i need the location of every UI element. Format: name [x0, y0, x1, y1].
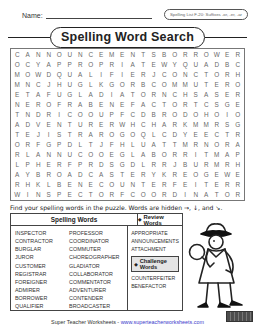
grid-cell: I — [44, 129, 55, 139]
grid-cell: P — [54, 189, 65, 199]
grid-cell: Y — [170, 60, 181, 70]
grid-cell: H — [54, 80, 65, 90]
grid-cell: R — [23, 139, 34, 149]
grid-cell: F — [117, 110, 128, 120]
grid-cell: T — [201, 70, 212, 80]
grid-cell: B — [222, 60, 233, 70]
footer-url-link[interactable]: www.superteacherworksheets.com — [121, 319, 204, 325]
grid-cell: G — [75, 80, 86, 90]
grid-cell: N — [128, 50, 139, 60]
word-item: ANNOUNCEMENTS — [131, 237, 179, 245]
word-item: BURGLAR — [15, 245, 69, 253]
grid-cell: D — [44, 70, 55, 80]
grid-cell: O — [138, 189, 149, 199]
grid-cell: P — [54, 60, 65, 70]
grid-cell: Y — [23, 169, 34, 179]
grid-cell: A — [201, 60, 212, 70]
grid-cell: R — [149, 90, 160, 100]
grid-cell: D — [23, 120, 34, 130]
grid-cell: D — [65, 139, 76, 149]
grid-cell: H — [201, 110, 212, 120]
grid-cell: C — [33, 80, 44, 90]
grid-cell: T — [65, 120, 76, 130]
grid-cell: O — [86, 149, 97, 159]
grid-cell: A — [201, 189, 212, 199]
grid-cell: I — [222, 110, 233, 120]
grid-cell: O — [12, 60, 23, 70]
grid-cell: R — [222, 159, 233, 169]
grid-cell: N — [33, 50, 44, 60]
grid-cell: R — [138, 169, 149, 179]
grid-cell: H — [128, 120, 139, 130]
grid-cell: J — [149, 70, 160, 80]
grid-cell: C — [12, 50, 23, 60]
grid-cell: E — [222, 90, 233, 100]
grid-cell: R — [191, 50, 202, 60]
grid-cell: T — [201, 80, 212, 90]
grid-cell: D — [138, 110, 149, 120]
grid-cell: T — [117, 169, 128, 179]
review-list: APPROPRIATEANNOUNCEMENTSATTACHMENT — [131, 229, 179, 253]
grid-cell: A — [33, 90, 44, 100]
title-banner: Spelling Word Search — [8, 27, 247, 48]
grid-cell: N — [107, 100, 118, 110]
grid-cell: A — [96, 169, 107, 179]
grid-cell: W — [12, 189, 23, 199]
grid-cell: R — [180, 149, 191, 159]
grid-cell: U — [65, 50, 76, 60]
grid-cell: E — [180, 179, 191, 189]
grid-cell: P — [96, 60, 107, 70]
spelling-list-badge: Spelling List F-20: Suffixes -or, -er, -… — [164, 9, 248, 20]
grid-cell: C — [170, 90, 181, 100]
grid-cell: I — [191, 149, 202, 159]
grid-cell: M — [12, 70, 23, 80]
grid-cell: N — [75, 50, 86, 60]
grid-cell: A — [75, 100, 86, 110]
grid-cell: C — [149, 100, 160, 110]
grid-cell: O — [170, 100, 181, 110]
word-item: COLLABORATOR — [69, 270, 123, 278]
grid-cell: M — [191, 120, 202, 130]
grid-cell: S — [107, 169, 118, 179]
grid-cell: T — [128, 90, 139, 100]
word-item: JUROR — [15, 253, 69, 261]
grid-cell: N — [12, 100, 23, 110]
word-item: CONTRACTOR — [15, 237, 69, 245]
grid-cell: O — [159, 80, 170, 90]
grid-cell: O — [201, 50, 212, 60]
grid-cell: R — [54, 159, 65, 169]
grid-cell: C — [86, 169, 97, 179]
page-title: Spelling Word Search — [50, 27, 205, 48]
grid-cell: H — [233, 159, 244, 169]
grid-cell: E — [96, 120, 107, 130]
grid-cell: M — [12, 80, 23, 90]
grid-cell: N — [191, 189, 202, 199]
grid-cell: A — [86, 90, 97, 100]
grid-cell: M — [212, 159, 223, 169]
grid-cell: R — [222, 179, 233, 189]
grid-cell: C — [75, 149, 86, 159]
grid-cell: E — [233, 169, 244, 179]
grid-cell: R — [159, 179, 170, 189]
grid-cell: R — [138, 70, 149, 80]
worksheet-page: Name: Spelling List F-20: Suffixes -or, … — [0, 0, 255, 330]
grid-cell: O — [212, 70, 223, 80]
grid-cell: O — [117, 80, 128, 90]
grid-cell: L — [12, 159, 23, 169]
grid-cell: E — [96, 50, 107, 60]
grid-cell: B — [149, 149, 160, 159]
grid-cell: E — [96, 100, 107, 110]
challenge-words-header-label: Challenge Words — [140, 258, 176, 270]
grid-cell: P — [233, 149, 244, 159]
grid-cell: E — [12, 90, 23, 100]
grid-cell: C — [138, 120, 149, 130]
grid-cell: R — [75, 60, 86, 70]
grid-cell: D — [180, 110, 191, 120]
grid-cell: E — [44, 159, 55, 169]
grid-cell: N — [44, 50, 55, 60]
grid-cell: E — [149, 60, 160, 70]
footer-credit: Super Teacher Worksheets - www.superteac… — [0, 319, 255, 325]
spelling-col1: INSPECTORCONTRACTORBURGLARJURORCUSTOMERR… — [15, 229, 69, 308]
grid-cell: O — [159, 149, 170, 159]
grid-cell: M — [170, 80, 181, 90]
grid-cell: E — [65, 179, 76, 189]
grid-cell: L — [86, 80, 97, 90]
grid-cell: K — [159, 169, 170, 179]
grid-cell: R — [159, 110, 170, 120]
grid-cell: A — [201, 90, 212, 100]
grid-cell: U — [65, 149, 76, 159]
grid-cell: C — [212, 129, 223, 139]
grid-cell: J — [170, 159, 181, 169]
grid-cell: C — [201, 100, 212, 110]
grid-cell: F — [33, 139, 44, 149]
grid-cell: U — [117, 179, 128, 189]
name-row: Name: — [22, 10, 152, 19]
grid-cell: E — [107, 149, 118, 159]
grid-cell: U — [191, 80, 202, 90]
grid-cell: L — [149, 129, 160, 139]
grid-cell: P — [23, 159, 34, 169]
grid-cell: O — [96, 189, 107, 199]
grid-cell: G — [117, 159, 128, 169]
grid-cell: R — [233, 189, 244, 199]
word-item: COMMENTATOR — [69, 278, 123, 286]
grid-cell: Y — [149, 169, 160, 179]
grid-cell: W — [159, 60, 170, 70]
grid-cell: T — [159, 100, 170, 110]
grid-cell: K — [96, 80, 107, 90]
grid-cell: G — [117, 129, 128, 139]
grid-cell: D — [33, 110, 44, 120]
grid-cell: E — [23, 100, 34, 110]
grid-cell: D — [96, 159, 107, 169]
word-item: FOREIGNER — [15, 278, 69, 286]
grid-cell: U — [138, 139, 149, 149]
grid-cell: A — [75, 70, 86, 80]
grid-cell: T — [222, 129, 233, 139]
grid-cell: E — [128, 169, 139, 179]
grid-cell: R — [159, 189, 170, 199]
grid-cell: A — [86, 129, 97, 139]
grid-cell: I — [117, 70, 128, 80]
grid-cell: C — [96, 179, 107, 189]
grid-cell: I — [107, 90, 118, 100]
grid-cell: H — [33, 159, 44, 169]
grid-cell: O — [107, 179, 118, 189]
grid-cell: L — [75, 139, 86, 149]
grid-cell: I — [23, 189, 34, 199]
grid-cell: E — [117, 100, 128, 110]
grid-cell: R — [222, 70, 233, 80]
grid-cell: R — [86, 159, 97, 169]
grid-cell: O — [170, 50, 181, 60]
detective-with-magnifying-glass-icon — [184, 221, 252, 313]
spelling-col2: PROFESSORCOORDINATORCOMMUTERCHOREOGRAPHE… — [69, 229, 123, 308]
grid-cell: R — [107, 60, 118, 70]
grid-cell: T — [201, 149, 212, 159]
grid-cell: E — [117, 50, 128, 60]
grid-cell: O — [222, 189, 233, 199]
grid-cell: T — [212, 189, 223, 199]
word-item: BROADCASTER — [69, 302, 123, 310]
grid-cell: R — [12, 179, 23, 189]
grid-cell: L — [128, 139, 139, 149]
grid-cell: T — [159, 139, 170, 149]
grid-cell: O — [138, 90, 149, 100]
grid-cell: B — [149, 110, 160, 120]
grid-cell: R — [222, 139, 233, 149]
grid-cell: H — [180, 90, 191, 100]
grid-cell: R — [170, 149, 181, 159]
grid-cell: N — [201, 139, 212, 149]
spelling-words-header: Spelling Words — [11, 214, 138, 225]
grid-cell: J — [96, 139, 107, 149]
word-item: COUNTERFEITER — [131, 274, 179, 282]
grid-cell: H — [149, 120, 160, 130]
grid-cell: R — [159, 159, 170, 169]
grid-cell: E — [212, 169, 223, 179]
grid-cell: N — [44, 149, 55, 159]
word-item: CHOREOGRAPHER — [69, 253, 123, 261]
grid-cell: H — [23, 179, 34, 189]
grid-cell: T — [138, 50, 149, 60]
grid-cell: N — [159, 90, 170, 100]
grid-cell: D — [75, 169, 86, 179]
word-item: COORDINATOR — [69, 237, 123, 245]
grid-cell: F — [117, 189, 128, 199]
grid-cell: T — [201, 179, 212, 189]
grid-cell: I — [96, 70, 107, 80]
grid-cell: S — [44, 189, 55, 199]
grid-cell: C — [75, 189, 86, 199]
grid-cell: E — [233, 100, 244, 110]
grid-cell: Y — [180, 129, 191, 139]
word-item: COMMUTER — [69, 245, 123, 253]
word-item: BORROWER — [15, 294, 69, 302]
grid-cell: A — [159, 120, 170, 130]
diamond-icon: ◆ — [138, 217, 141, 222]
grid-cell: G — [117, 149, 128, 159]
grid-cell: F — [107, 139, 118, 149]
grid-cell: C — [191, 70, 202, 80]
grid-cell: C — [159, 70, 170, 80]
grid-cell: D — [128, 159, 139, 169]
grid-cell: E — [222, 50, 233, 60]
grid-cell: P — [65, 60, 76, 70]
grid-cell: E — [212, 179, 223, 189]
grid-cell: O — [54, 50, 65, 60]
grid-cell: R — [201, 159, 212, 169]
grid-cell: T — [12, 110, 23, 120]
diamond-icon: ◆ — [134, 262, 137, 267]
grid-cell: R — [233, 50, 244, 60]
grid-cell: S — [222, 120, 233, 130]
grid-cell: A — [222, 149, 233, 159]
grid-cell: R — [96, 129, 107, 139]
challenge-list: COUNTERFEITERBENEFACTOR — [131, 274, 179, 290]
grid-cell: R — [44, 169, 55, 179]
word-bank-header-row: Spelling Words ◆ Review Words — [11, 214, 182, 226]
grid-cell: N — [75, 179, 86, 189]
grid-cell: I — [180, 189, 191, 199]
grid-cell: A — [33, 149, 44, 159]
grid-cell: F — [170, 179, 181, 189]
grid-cell: O — [233, 80, 244, 90]
grid-cell: O — [191, 169, 202, 179]
grid-cell: P — [75, 159, 86, 169]
grid-cell: V — [33, 120, 44, 130]
grid-cell: C — [86, 50, 97, 60]
grid-cell: I — [54, 110, 65, 120]
grid-cell: A — [149, 139, 160, 149]
title-right-rule — [205, 37, 247, 38]
grid-cell: S — [149, 50, 160, 60]
grid-cell: M — [107, 50, 118, 60]
grid-cell: W — [222, 169, 233, 179]
grid-cell: M — [201, 120, 212, 130]
grid-cell: O — [233, 110, 244, 120]
grid-cell: E — [149, 179, 160, 189]
grid-cell: J — [33, 129, 44, 139]
grid-cell: G — [107, 80, 118, 90]
grid-cell: N — [180, 70, 191, 80]
grid-cell: O — [149, 189, 160, 199]
grid-cell: N — [54, 149, 65, 159]
challenge-words-header: ◆ Challenge Words — [131, 256, 179, 272]
grid-cell: R — [44, 110, 55, 120]
grid-cell: U — [65, 70, 76, 80]
grid-cell: L — [75, 90, 86, 100]
grid-cell: R — [149, 159, 160, 169]
grid-cell: B — [86, 100, 97, 110]
review-words-header: ◆ Review Words — [138, 214, 182, 225]
word-item: APPROPRIATE — [131, 229, 179, 237]
grid-cell: S — [191, 90, 202, 100]
grid-cell: M — [212, 149, 223, 159]
grid-cell: E — [44, 120, 55, 130]
name-blank-line[interactable] — [46, 10, 152, 19]
grid-cell: R — [222, 80, 233, 90]
grid-cell: R — [212, 120, 223, 130]
grid-cell: G — [44, 139, 55, 149]
grid-cell: R — [128, 80, 139, 90]
grid-cell: H — [233, 70, 244, 80]
grid-cell: M — [180, 80, 191, 90]
grid-cell: E — [191, 129, 202, 139]
grid-cell: R — [12, 149, 23, 159]
grid-cell: T — [65, 129, 76, 139]
grid-cell: O — [170, 110, 181, 120]
grid-cell: D — [212, 60, 223, 70]
grid-cell: T — [138, 179, 149, 189]
grid-cell: U — [65, 80, 76, 90]
grid-cell: N — [54, 120, 65, 130]
grid-cell: T — [23, 90, 34, 100]
grid-cell: U — [191, 159, 202, 169]
grid-cell: O — [54, 169, 65, 179]
grid-cell: H — [117, 139, 128, 149]
grid-cell: S — [212, 90, 223, 100]
grid-cell: Y — [33, 60, 44, 70]
grid-cell: O — [128, 129, 139, 139]
grid-cell: O — [107, 129, 118, 139]
grid-cell: G — [65, 90, 76, 100]
word-item: ADMIRER — [15, 286, 69, 294]
grid-cell: J — [44, 80, 55, 90]
grid-cell: N — [23, 110, 34, 120]
grid-cell: S — [107, 159, 118, 169]
grid-cell: A — [12, 120, 23, 130]
grid-cell: C — [159, 129, 170, 139]
grid-cell: F — [65, 159, 76, 169]
word-item: CONTENDER — [69, 294, 123, 302]
grid-cell: R — [65, 100, 76, 110]
grid-cell: O — [44, 100, 55, 110]
grid-cell: F — [128, 100, 139, 110]
word-item: INSPECTOR — [15, 229, 69, 237]
word-bank-table: Spelling Words ◆ Review Words INSPECTORC… — [10, 213, 183, 311]
grid-cell: O — [170, 70, 181, 80]
word-item: ATTACHMENT — [131, 245, 179, 253]
grid-cell: Q — [138, 129, 149, 139]
grid-cell: R — [233, 179, 244, 189]
grid-cell: D — [170, 189, 181, 199]
grid-cell: T — [138, 60, 149, 70]
grid-cell: O — [212, 110, 223, 120]
grid-cell: N — [23, 80, 34, 90]
grid-cell: E — [86, 179, 97, 189]
grid-cell: O — [96, 149, 107, 159]
grid-cell: A — [44, 60, 55, 70]
name-label: Name: — [22, 12, 43, 19]
grid-cell: O — [191, 110, 202, 120]
grid-cell: S — [212, 100, 223, 110]
grid-cell: E — [128, 70, 139, 80]
grid-cell: C — [233, 60, 244, 70]
grid-cell: W — [117, 120, 128, 130]
grid-cell: O — [86, 110, 97, 120]
grid-cell: R — [191, 139, 202, 149]
grid-cell: E — [201, 129, 212, 139]
grid-cell: C — [128, 189, 139, 199]
grid-cell: A — [12, 169, 23, 179]
grid-cell: T — [86, 189, 97, 199]
